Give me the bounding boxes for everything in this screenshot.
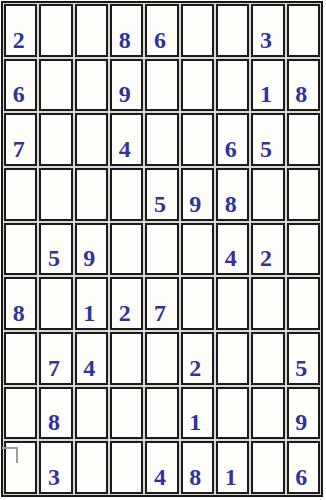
given-digit: 8 — [295, 82, 307, 106]
cell-r4c9[interactable] — [287, 168, 320, 221]
cell-r1c2[interactable] — [39, 4, 72, 57]
given-digit: 4 — [225, 246, 237, 270]
given-digit: 1 — [83, 301, 95, 325]
given-digit: 6 — [154, 28, 166, 52]
cell-r7c6[interactable]: 2 — [181, 332, 214, 385]
cell-r9c7[interactable]: 1 — [216, 441, 249, 494]
given-digit: 9 — [83, 246, 95, 270]
cell-r3c5[interactable] — [145, 113, 178, 166]
given-digit: 3 — [260, 28, 272, 52]
cell-r3c7[interactable]: 6 — [216, 113, 249, 166]
cell-r5c4[interactable] — [110, 223, 143, 276]
given-digit: 8 — [225, 192, 237, 216]
cell-r2c5[interactable] — [145, 59, 178, 112]
given-digit: 8 — [119, 28, 131, 52]
cell-r4c3[interactable] — [75, 168, 108, 221]
cell-r7c7[interactable] — [216, 332, 249, 385]
cell-r4c5[interactable]: 5 — [145, 168, 178, 221]
cell-r1c5[interactable]: 6 — [145, 4, 178, 57]
cell-r4c8[interactable] — [251, 168, 284, 221]
given-digit: 2 — [119, 301, 131, 325]
given-digit: 9 — [119, 82, 131, 106]
cell-r7c4[interactable] — [110, 332, 143, 385]
cell-r8c7[interactable] — [216, 387, 249, 440]
cell-r6c7[interactable] — [216, 277, 249, 330]
given-digit: 6 — [225, 137, 237, 161]
cell-r9c2[interactable]: 3 — [39, 441, 72, 494]
cell-r1c7[interactable] — [216, 4, 249, 57]
cell-r7c2[interactable]: 7 — [39, 332, 72, 385]
given-digit: 5 — [48, 246, 60, 270]
cell-r3c1[interactable]: 7 — [4, 113, 37, 166]
given-digit: 5 — [295, 356, 307, 380]
cell-r6c3[interactable]: 1 — [75, 277, 108, 330]
cell-r1c9[interactable] — [287, 4, 320, 57]
cell-r1c4[interactable]: 8 — [110, 4, 143, 57]
cell-r8c4[interactable] — [110, 387, 143, 440]
cell-r9c5[interactable]: 4 — [145, 441, 178, 494]
cell-r5c7[interactable]: 4 — [216, 223, 249, 276]
cell-r3c2[interactable] — [39, 113, 72, 166]
cell-r9c3[interactable] — [75, 441, 108, 494]
given-digit: 8 — [13, 301, 25, 325]
given-digit: 8 — [48, 410, 60, 434]
cell-r7c1[interactable] — [4, 332, 37, 385]
cell-r8c8[interactable] — [251, 387, 284, 440]
given-digit: 2 — [13, 28, 25, 52]
cell-r2c9[interactable]: 8 — [287, 59, 320, 112]
given-digit: 6 — [13, 82, 25, 106]
given-digit: 9 — [189, 192, 201, 216]
cell-r7c3[interactable]: 4 — [75, 332, 108, 385]
sudoku-page: 28636918746559859428127742581934816 — [0, 0, 326, 500]
cell-r1c1[interactable]: 2 — [4, 4, 37, 57]
given-digit: 4 — [154, 465, 166, 489]
cell-r9c1[interactable] — [4, 441, 37, 494]
cell-r2c2[interactable] — [39, 59, 72, 112]
cell-r9c4[interactable] — [110, 441, 143, 494]
given-digit: 5 — [260, 137, 272, 161]
given-digit: 1 — [189, 410, 201, 434]
given-digit: 7 — [13, 137, 25, 161]
cell-r1c8[interactable]: 3 — [251, 4, 284, 57]
given-digit: 1 — [225, 465, 237, 489]
cell-r9c9[interactable]: 6 — [287, 441, 320, 494]
given-digit: 9 — [295, 410, 307, 434]
cell-r2c8[interactable]: 1 — [251, 59, 284, 112]
cell-r5c3[interactable]: 9 — [75, 223, 108, 276]
given-digit: 4 — [83, 356, 95, 380]
given-digit: 1 — [260, 82, 272, 106]
cell-r5c8[interactable]: 2 — [251, 223, 284, 276]
cell-r1c3[interactable] — [75, 4, 108, 57]
cell-r3c4[interactable]: 4 — [110, 113, 143, 166]
cell-r3c9[interactable] — [287, 113, 320, 166]
cell-r4c7[interactable]: 8 — [216, 168, 249, 221]
cell-r5c2[interactable]: 5 — [39, 223, 72, 276]
cell-r6c8[interactable] — [251, 277, 284, 330]
cell-r2c3[interactable] — [75, 59, 108, 112]
given-digit: 2 — [189, 356, 201, 380]
cell-r8c9[interactable]: 9 — [287, 387, 320, 440]
cell-r4c1[interactable] — [4, 168, 37, 221]
cell-r7c5[interactable] — [145, 332, 178, 385]
cell-r4c2[interactable] — [39, 168, 72, 221]
cell-r5c1[interactable] — [4, 223, 37, 276]
cell-r4c6[interactable]: 9 — [181, 168, 214, 221]
cell-r6c4[interactable]: 2 — [110, 277, 143, 330]
cell-r6c5[interactable]: 7 — [145, 277, 178, 330]
cell-r3c8[interactable]: 5 — [251, 113, 284, 166]
given-digit: 7 — [48, 356, 60, 380]
cell-r3c3[interactable] — [75, 113, 108, 166]
cell-r5c5[interactable] — [145, 223, 178, 276]
cell-r7c8[interactable] — [251, 332, 284, 385]
cell-r4c4[interactable] — [110, 168, 143, 221]
cell-r2c6[interactable] — [181, 59, 214, 112]
cell-r8c2[interactable]: 8 — [39, 387, 72, 440]
cell-r8c3[interactable] — [75, 387, 108, 440]
cell-r2c7[interactable] — [216, 59, 249, 112]
given-digit: 5 — [154, 192, 166, 216]
cell-r5c6[interactable] — [181, 223, 214, 276]
cell-r9c8[interactable] — [251, 441, 284, 494]
cell-r1c6[interactable] — [181, 4, 214, 57]
given-digit: 2 — [260, 246, 272, 270]
given-digit: 8 — [189, 465, 201, 489]
cell-r2c4[interactable]: 9 — [110, 59, 143, 112]
cell-r9c6[interactable]: 8 — [181, 441, 214, 494]
sudoku-board: 28636918746559859428127742581934816 — [1, 1, 323, 497]
cell-r2c1[interactable]: 6 — [4, 59, 37, 112]
cell-r5c9[interactable] — [287, 223, 320, 276]
cell-r6c9[interactable] — [287, 277, 320, 330]
given-digit: 6 — [295, 465, 307, 489]
cell-r7c9[interactable]: 5 — [287, 332, 320, 385]
cell-r8c5[interactable] — [145, 387, 178, 440]
cell-r8c6[interactable]: 1 — [181, 387, 214, 440]
cell-r8c1[interactable] — [4, 387, 37, 440]
given-digit: 7 — [154, 301, 166, 325]
cell-r6c1[interactable]: 8 — [4, 277, 37, 330]
given-digit: 4 — [119, 137, 131, 161]
cell-r6c6[interactable] — [181, 277, 214, 330]
cell-r3c6[interactable] — [181, 113, 214, 166]
given-digit: 3 — [48, 465, 60, 489]
cell-r6c2[interactable] — [39, 277, 72, 330]
